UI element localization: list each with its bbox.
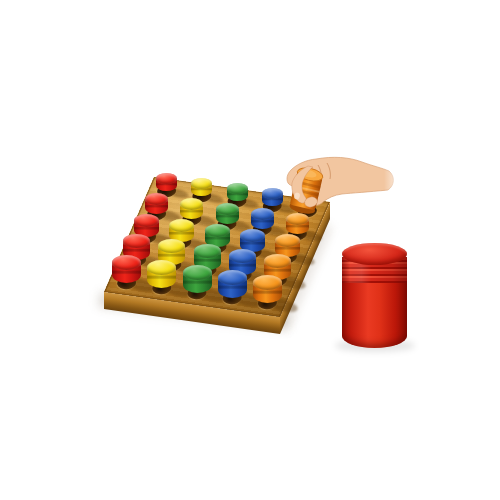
peg-top-face	[218, 270, 247, 285]
peg-top-face	[227, 183, 248, 194]
peg-yellow-r4c1[interactable]	[147, 260, 176, 296]
peg-top-face	[262, 188, 283, 199]
peg-top-face	[183, 265, 212, 280]
canister-lid	[342, 243, 407, 265]
peg-top-face	[123, 234, 150, 248]
peg-top-face	[275, 234, 300, 247]
peg-top-face	[229, 249, 256, 263]
pegs-layer	[0, 0, 500, 500]
peg-orange-r4c4[interactable]	[253, 275, 282, 311]
peg-top-face	[191, 178, 212, 189]
peg-top-face	[194, 244, 221, 258]
peg-green-r4c2[interactable]	[183, 265, 212, 301]
peg-canister	[342, 243, 407, 348]
canister-body	[342, 279, 407, 348]
peg-top-face	[286, 213, 309, 225]
peg-blue-r4c3[interactable]	[218, 270, 247, 306]
peg-top-face	[156, 173, 177, 184]
peg-top-face	[240, 229, 265, 242]
peg-top-face	[134, 214, 159, 227]
peg-top-face	[216, 203, 239, 215]
peg-top-face	[147, 260, 176, 275]
peg-red-r4c0[interactable]	[112, 255, 141, 291]
peg-top-face	[251, 208, 274, 220]
peg-top-face	[145, 193, 168, 205]
peg-top-face	[169, 219, 194, 232]
peg-top-face	[253, 275, 282, 290]
peg-top-face	[264, 254, 291, 268]
pegboard-scene	[0, 0, 500, 500]
peg-top-face	[205, 224, 230, 237]
peg-top-face	[112, 255, 141, 270]
